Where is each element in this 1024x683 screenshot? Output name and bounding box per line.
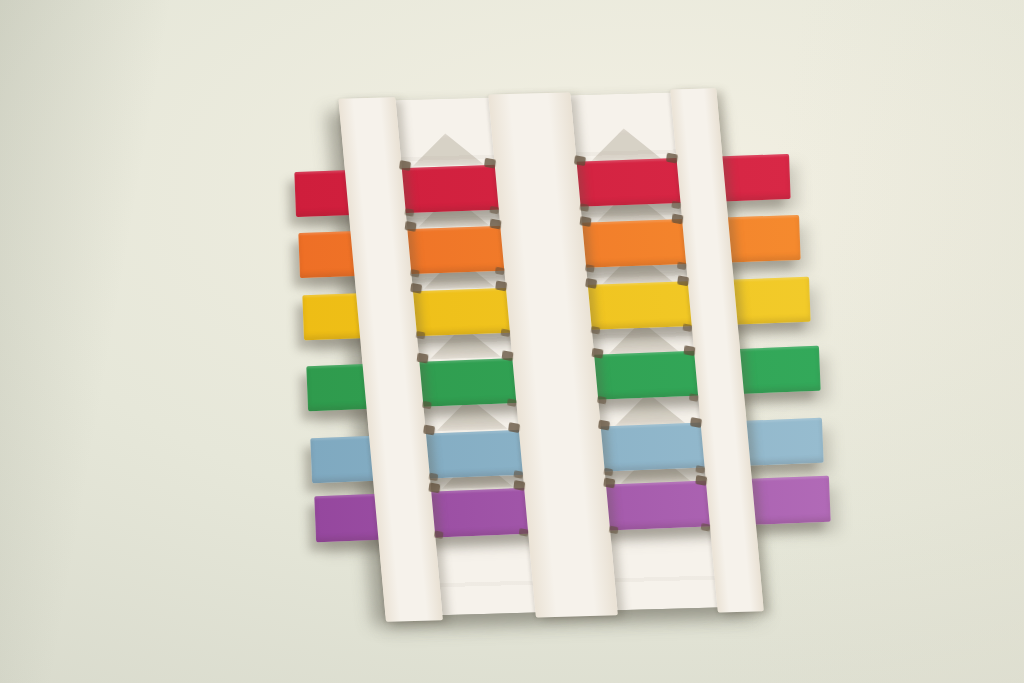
slit-cut-mark — [429, 473, 439, 481]
slit-cut-mark — [603, 468, 613, 476]
slit-cut-mark — [490, 219, 502, 230]
slit-cut-mark — [690, 417, 702, 428]
slit-cut-mark — [683, 345, 695, 356]
slit-cut-mark — [666, 153, 678, 164]
slit-cut-mark — [701, 523, 711, 531]
slit-cut-mark — [495, 267, 505, 275]
slit-cut-mark — [603, 478, 615, 489]
slit-cut-mark — [428, 482, 440, 493]
slit-cut-mark — [574, 155, 586, 166]
slit-cut-mark — [416, 331, 426, 339]
slit-cut-mark — [591, 326, 601, 334]
slit-cut-mark — [677, 275, 689, 286]
slit-cut-mark — [585, 264, 595, 272]
slit-cut-mark — [597, 396, 607, 404]
slit-cut-mark — [495, 280, 507, 291]
slit-cut-mark — [598, 420, 610, 431]
slit-cut-mark — [671, 201, 681, 209]
slit-cut-mark — [579, 203, 589, 211]
slit-cut-mark — [399, 160, 411, 171]
slit-cut-mark — [689, 393, 699, 401]
slit-cut-mark — [513, 470, 523, 478]
slit-cut-mark — [502, 350, 514, 361]
slit-cut-mark — [410, 269, 420, 277]
slit-cut-mark — [434, 530, 444, 538]
paper-loom-warp-layer — [339, 91, 764, 616]
slit-cut-mark — [423, 425, 435, 436]
photo-backdrop — [0, 0, 1024, 683]
slit-cut-mark — [508, 422, 520, 433]
slit-cut-mark — [683, 323, 693, 331]
slit-cut-mark — [695, 465, 705, 473]
slit-cut-mark — [422, 401, 432, 409]
slit-cut-mark — [609, 526, 619, 534]
slit-cut-mark — [417, 353, 429, 364]
slit-cut-mark — [410, 283, 422, 294]
slit-cut-mark — [695, 475, 707, 486]
slit-cut-mark — [677, 262, 687, 270]
slit-cut-mark — [404, 208, 414, 216]
slit-cut-mark — [519, 528, 529, 536]
slit-cut-mark — [489, 206, 499, 214]
slit-cut-mark — [585, 278, 597, 289]
slit-cut-mark — [580, 216, 592, 227]
slit-cut-mark — [507, 398, 517, 406]
slit-cut-mark — [671, 214, 683, 225]
slit-cut-mark — [405, 221, 417, 232]
slit-cut-mark — [501, 329, 511, 337]
slit-cut-mark — [592, 348, 604, 359]
slit-cut-mark — [484, 158, 496, 169]
slit-cut-mark — [513, 480, 525, 491]
